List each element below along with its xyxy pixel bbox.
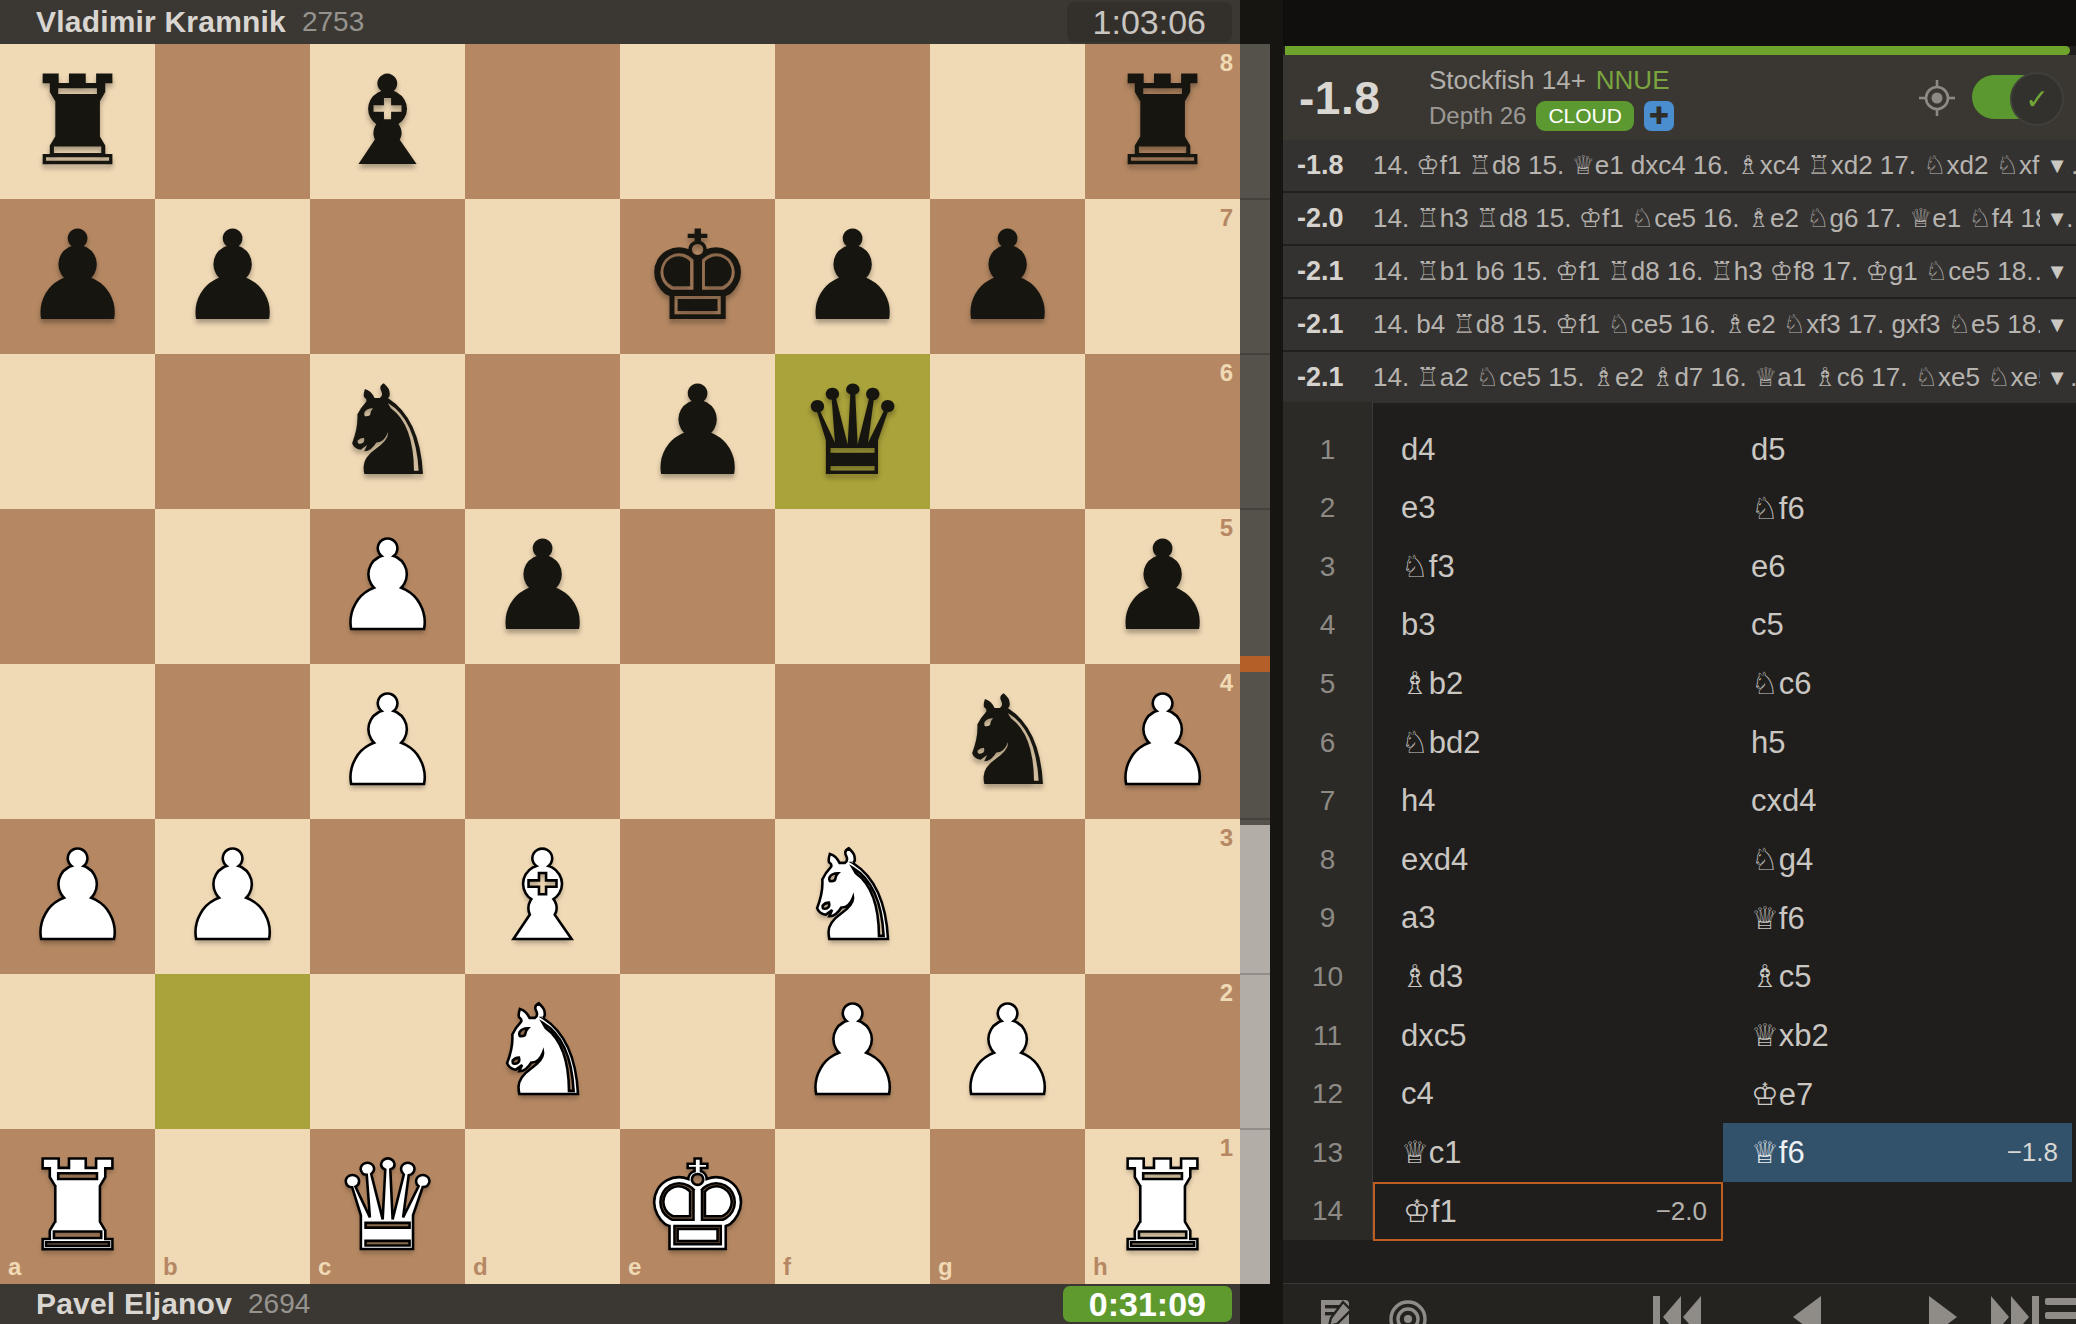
square-d2[interactable]: ♞ bbox=[465, 974, 620, 1129]
black-move-3[interactable]: e6 bbox=[1723, 537, 2072, 596]
white-move-1[interactable]: d4 bbox=[1373, 420, 1723, 479]
square-h8[interactable]: 8♜ bbox=[1085, 44, 1240, 199]
pv-moves: 14. ♖h3 ♖d8 15. ♔f1 ♘ce5 16. ♗e2 ♘g6 17.… bbox=[1373, 203, 2076, 234]
move-number: 11 bbox=[1283, 1006, 1372, 1065]
square-c8[interactable]: ♝ bbox=[310, 44, 465, 199]
pv-collapse-icon[interactable]: ▼ bbox=[2040, 246, 2068, 297]
square-c7[interactable] bbox=[310, 199, 465, 354]
black-rook-h8[interactable]: ♜ bbox=[1085, 44, 1240, 199]
white-pawn-h4[interactable]: ♟ bbox=[1085, 664, 1240, 819]
black-move-2[interactable]: ♘f6 bbox=[1723, 479, 2072, 538]
square-h6[interactable]: 6 bbox=[1085, 354, 1240, 509]
analysis-panel: -1.8 Stockfish 14+ NNUE Depth 26 CLOUD ✚ bbox=[1283, 0, 2076, 1324]
white-pawn-f2[interactable]: ♟ bbox=[775, 974, 930, 1129]
step-back-icon[interactable] bbox=[1789, 1294, 1823, 1324]
square-c6[interactable]: ♞ bbox=[310, 354, 465, 509]
rank-label-3: 3 bbox=[1220, 824, 1233, 852]
square-e4[interactable] bbox=[620, 664, 775, 819]
square-g4[interactable]: ♞ bbox=[930, 664, 1085, 819]
square-e3[interactable] bbox=[620, 819, 775, 974]
square-b4[interactable] bbox=[155, 664, 310, 819]
plus-badge[interactable]: ✚ bbox=[1644, 101, 1674, 131]
move-eval: −2.0 bbox=[1656, 1196, 1707, 1227]
pv-eval: -2.1 bbox=[1283, 309, 1373, 340]
square-d3[interactable]: ♝ bbox=[465, 819, 620, 974]
square-d4[interactable] bbox=[465, 664, 620, 819]
black-king-e7[interactable]: ♚ bbox=[620, 199, 775, 354]
white-pawn-b3[interactable]: ♟ bbox=[155, 819, 310, 974]
eval-gauge-black-fill bbox=[1240, 44, 1270, 825]
top-player-clock: 1:03:06 bbox=[1067, 2, 1232, 42]
pv-collapse-icon[interactable]: ▼ bbox=[2040, 352, 2068, 403]
black-move-1[interactable]: d5 bbox=[1723, 420, 2072, 479]
black-move-12[interactable]: ♔e7 bbox=[1723, 1065, 2072, 1124]
engine-name: Stockfish 14+ bbox=[1429, 65, 1586, 96]
white-move-3[interactable]: ♘f3 bbox=[1373, 537, 1723, 596]
square-f5[interactable] bbox=[775, 509, 930, 664]
square-a4[interactable] bbox=[0, 664, 155, 819]
square-f8[interactable] bbox=[775, 44, 930, 199]
square-a1[interactable]: a♜ bbox=[0, 1129, 155, 1284]
move-list: 1d4d52e3♘f63♘f3e64b3c55♗b2♘c66♘bd2h57h4c… bbox=[1283, 402, 2076, 1240]
engine-progress-bar bbox=[1285, 46, 2070, 55]
black-move-6[interactable]: h5 bbox=[1723, 713, 2072, 772]
square-a8[interactable]: ♜ bbox=[0, 44, 155, 199]
black-move-4[interactable]: c5 bbox=[1723, 596, 2072, 655]
square-d7[interactable] bbox=[465, 199, 620, 354]
square-g8[interactable] bbox=[930, 44, 1085, 199]
square-b6[interactable] bbox=[155, 354, 310, 509]
white-move-9[interactable]: a3 bbox=[1373, 889, 1723, 948]
top-player-bar: Vladimir Kramnik 2753 1:03:06 bbox=[0, 0, 1240, 44]
square-b5[interactable] bbox=[155, 509, 310, 664]
move-number: 5 bbox=[1283, 654, 1372, 713]
move-row-8: 8exd4♘g4 bbox=[1283, 830, 2076, 889]
practice-target-icon[interactable] bbox=[1918, 79, 1956, 117]
square-f3[interactable]: ♞ bbox=[775, 819, 930, 974]
pv-eval: -2.0 bbox=[1283, 203, 1373, 234]
black-rook-a8[interactable]: ♜ bbox=[0, 44, 155, 199]
engine-toggle[interactable]: ✓ bbox=[1972, 75, 2060, 119]
engine-depth: Depth 26 bbox=[1429, 102, 1526, 130]
square-d6[interactable] bbox=[465, 354, 620, 509]
square-e8[interactable] bbox=[620, 44, 775, 199]
book-icon[interactable] bbox=[1313, 1294, 1359, 1324]
file-label-b: b bbox=[163, 1253, 178, 1281]
black-bishop-c8[interactable]: ♝ bbox=[310, 44, 465, 199]
engine-header: -1.8 Stockfish 14+ NNUE Depth 26 CLOUD ✚ bbox=[1283, 55, 2076, 140]
pv-collapse-icon[interactable]: ▼ bbox=[2040, 140, 2068, 191]
square-h7[interactable]: 7 bbox=[1085, 199, 1240, 354]
eval-gauge bbox=[1240, 44, 1270, 1284]
white-move-6[interactable]: ♘bd2 bbox=[1373, 713, 1723, 772]
square-h3[interactable]: 3 bbox=[1085, 819, 1240, 974]
square-f2[interactable]: ♟ bbox=[775, 974, 930, 1129]
move-row-4: 4b3c5 bbox=[1283, 596, 2076, 655]
move-number: 4 bbox=[1283, 596, 1372, 655]
black-pawn-g7[interactable]: ♟ bbox=[930, 199, 1085, 354]
pv-eval: -2.1 bbox=[1283, 362, 1373, 393]
black-pawn-f7[interactable]: ♟ bbox=[775, 199, 930, 354]
pv-eval: -2.1 bbox=[1283, 256, 1373, 287]
white-king-e1[interactable]: ♚ bbox=[620, 1129, 775, 1284]
white-pawn-c4[interactable]: ♟ bbox=[310, 664, 465, 819]
white-rook-a1[interactable]: ♜ bbox=[0, 1129, 155, 1284]
black-pawn-a7[interactable]: ♟ bbox=[0, 199, 155, 354]
gauge-tick bbox=[1240, 508, 1270, 510]
white-knight-d2[interactable]: ♞ bbox=[465, 974, 620, 1129]
square-e6[interactable]: ♟ bbox=[620, 354, 775, 509]
move-row-2: 2e3♘f6 bbox=[1283, 479, 2076, 538]
black-pawn-b7[interactable]: ♟ bbox=[155, 199, 310, 354]
white-bishop-d3[interactable]: ♝ bbox=[465, 819, 620, 974]
pv-moves: 14. b4 ♖d8 15. ♔f1 ♘ce5 16. ♗e2 ♘xf3 17.… bbox=[1373, 309, 2076, 340]
square-d8[interactable] bbox=[465, 44, 620, 199]
black-knight-c6[interactable]: ♞ bbox=[310, 354, 465, 509]
black-pawn-h5[interactable]: ♟ bbox=[1085, 509, 1240, 664]
black-move-9[interactable]: ♕f6 bbox=[1723, 889, 2072, 948]
gauge-center-tick bbox=[1240, 656, 1270, 672]
pv-moves: 14. ♔f1 ♖d8 15. ♕e1 dxc4 16. ♗xc4 ♖xd2 1… bbox=[1373, 150, 2076, 181]
square-f4[interactable] bbox=[775, 664, 930, 819]
move-number: 8 bbox=[1283, 830, 1372, 889]
square-e1[interactable]: e♚ bbox=[620, 1129, 775, 1284]
white-move-14[interactable]: ♔f1−2.0 bbox=[1373, 1182, 1723, 1241]
rank-label-7: 7 bbox=[1220, 204, 1233, 232]
black-move-11[interactable]: ♕xb2 bbox=[1723, 1006, 2072, 1065]
move-row-6: 6♘bd2h5 bbox=[1283, 713, 2076, 772]
engine-toggle-knob[interactable]: ✓ bbox=[2010, 72, 2064, 126]
panel-top-gap bbox=[1283, 0, 2076, 46]
bottom-player-name: Pavel Eljanov bbox=[36, 1287, 232, 1321]
square-g1[interactable]: g bbox=[930, 1129, 1085, 1284]
pv-collapse-icon[interactable]: ▼ bbox=[2040, 299, 2068, 350]
square-c5[interactable]: ♟ bbox=[310, 509, 465, 664]
square-b2[interactable] bbox=[155, 974, 310, 1129]
black-move-8[interactable]: ♘g4 bbox=[1723, 830, 2072, 889]
skip-first-icon[interactable] bbox=[1651, 1294, 1703, 1324]
black-pawn-e6[interactable]: ♟ bbox=[620, 354, 775, 509]
move-row-3: 3♘f3e6 bbox=[1283, 537, 2076, 596]
square-g7[interactable]: ♟ bbox=[930, 199, 1085, 354]
white-move-10[interactable]: ♗d3 bbox=[1373, 947, 1723, 1006]
file-label-g: g bbox=[938, 1253, 953, 1281]
pv-moves: 14. ♖b1 b6 15. ♔f1 ♖d8 16. ♖h3 ♔f8 17. ♔… bbox=[1373, 256, 2076, 287]
rank-label-6: 6 bbox=[1220, 359, 1233, 387]
square-a7[interactable]: ♟ bbox=[0, 199, 155, 354]
square-g2[interactable]: ♟ bbox=[930, 974, 1085, 1129]
white-rook-h1[interactable]: ♜ bbox=[1085, 1129, 1240, 1284]
move-eval: −1.8 bbox=[2007, 1137, 2058, 1168]
gauge-tick bbox=[1240, 973, 1270, 975]
pv-line-5[interactable]: -2.114. ♖a2 ♘ce5 15. ♗e2 ♗d7 16. ♕a1 ♗c6… bbox=[1283, 352, 2076, 405]
black-move-5[interactable]: ♘c6 bbox=[1723, 654, 2072, 713]
bottom-player-bar: Pavel Eljanov 2694 0:31:09 bbox=[0, 1284, 1240, 1324]
square-d1[interactable]: d bbox=[465, 1129, 620, 1284]
gauge-tick bbox=[1240, 198, 1270, 200]
square-g6[interactable] bbox=[930, 354, 1085, 509]
white-move-2[interactable]: e3 bbox=[1373, 479, 1723, 538]
menu-icon[interactable] bbox=[2045, 1294, 2076, 1324]
move-number: 13 bbox=[1283, 1123, 1372, 1182]
square-f6[interactable]: ♛ bbox=[775, 354, 930, 509]
move-row-9: 9a3♕f6 bbox=[1283, 889, 2076, 948]
move-row-11: 11dxc5♕xb2 bbox=[1283, 1006, 2076, 1065]
square-b3[interactable]: ♟ bbox=[155, 819, 310, 974]
skip-last-icon[interactable] bbox=[1989, 1294, 2041, 1324]
white-pawn-g2[interactable]: ♟ bbox=[930, 974, 1085, 1129]
last-move-highlight bbox=[155, 974, 310, 1129]
move-row-12: 12c4♔e7 bbox=[1283, 1065, 2076, 1124]
black-knight-g4[interactable]: ♞ bbox=[930, 664, 1085, 819]
move-number: 7 bbox=[1283, 772, 1372, 831]
white-move-13[interactable]: ♕c1 bbox=[1373, 1123, 1723, 1182]
step-forward-icon[interactable] bbox=[1927, 1294, 1961, 1324]
move-row-5: 5♗b2♘c6 bbox=[1283, 654, 2076, 713]
pv-moves: 14. ♖a2 ♘ce5 15. ♗e2 ♗d7 16. ♕a1 ♗c6 17.… bbox=[1373, 362, 2076, 393]
square-h5[interactable]: 5♟ bbox=[1085, 509, 1240, 664]
move-number: 9 bbox=[1283, 889, 1372, 948]
file-label-f: f bbox=[783, 1253, 791, 1281]
chess-board[interactable]: ♜♝8♜♟♟♚♟♟7♞♟♛6♟♟5♟♟♞4♟♟♟♝♞3♞♟♟2a♜bc♛de♚f… bbox=[0, 44, 1240, 1284]
white-move-11[interactable]: dxc5 bbox=[1373, 1006, 1723, 1065]
square-a6[interactable] bbox=[0, 354, 155, 509]
pv-lines: -1.814. ♔f1 ♖d8 15. ♕e1 dxc4 16. ♗xc4 ♖x… bbox=[1283, 140, 2076, 405]
move-number: 2 bbox=[1283, 479, 1372, 538]
move-row-14: 14♔f1−2.0 bbox=[1283, 1182, 2076, 1241]
white-move-7[interactable]: h4 bbox=[1373, 772, 1723, 831]
square-d5[interactable]: ♟ bbox=[465, 509, 620, 664]
bottom-player-clock: 0:31:09 bbox=[1063, 1286, 1232, 1322]
black-pawn-d5[interactable]: ♟ bbox=[465, 509, 620, 664]
white-pawn-c5[interactable]: ♟ bbox=[310, 509, 465, 664]
white-queen-c1[interactable]: ♛ bbox=[310, 1129, 465, 1284]
square-b7[interactable]: ♟ bbox=[155, 199, 310, 354]
square-a2[interactable] bbox=[0, 974, 155, 1129]
panel-icon-bar bbox=[1283, 1283, 2076, 1324]
board-column: Vladimir Kramnik 2753 1:03:06 ♜♝8♜♟♟♚♟♟7… bbox=[0, 0, 1240, 1324]
square-e2[interactable] bbox=[620, 974, 775, 1129]
pv-line-1[interactable]: -1.814. ♔f1 ♖d8 15. ♕e1 dxc4 16. ♗xc4 ♖x… bbox=[1283, 140, 2076, 193]
move-row-13: 13♕c1♕f6−1.8 bbox=[1283, 1123, 2076, 1182]
cloud-badge: CLOUD bbox=[1536, 101, 1634, 131]
square-g3[interactable] bbox=[930, 819, 1085, 974]
top-player-name: Vladimir Kramnik bbox=[36, 5, 286, 39]
white-move-4[interactable]: b3 bbox=[1373, 596, 1723, 655]
pv-line-3[interactable]: -2.114. ♖b1 b6 15. ♔f1 ♖d8 16. ♖h3 ♔f8 1… bbox=[1283, 246, 2076, 299]
gauge-tick bbox=[1240, 1128, 1270, 1130]
square-f7[interactable]: ♟ bbox=[775, 199, 930, 354]
move-number: 14 bbox=[1283, 1182, 1372, 1241]
move-number: 1 bbox=[1283, 420, 1372, 479]
engine-eval: -1.8 bbox=[1299, 55, 1380, 140]
square-g5[interactable] bbox=[930, 509, 1085, 664]
pv-eval: -1.8 bbox=[1283, 150, 1373, 181]
white-move-12[interactable]: c4 bbox=[1373, 1065, 1723, 1124]
black-move-7[interactable]: cxd4 bbox=[1723, 772, 2072, 831]
file-label-d: d bbox=[473, 1253, 488, 1281]
black-move-10[interactable]: ♗c5 bbox=[1723, 947, 2072, 1006]
engine-variant: NNUE bbox=[1596, 65, 1670, 96]
white-knight-f3[interactable]: ♞ bbox=[775, 819, 930, 974]
move-row-10: 10♗d3♗c5 bbox=[1283, 947, 2076, 1006]
move-row-1: 1d4d5 bbox=[1283, 420, 2076, 479]
white-move-8[interactable]: exd4 bbox=[1373, 830, 1723, 889]
move-number: 12 bbox=[1283, 1065, 1372, 1124]
square-b8[interactable] bbox=[155, 44, 310, 199]
square-h1[interactable]: 1h♜ bbox=[1085, 1129, 1240, 1284]
pv-line-2[interactable]: -2.014. ♖h3 ♖d8 15. ♔f1 ♘ce5 16. ♗e2 ♘g6… bbox=[1283, 193, 2076, 246]
gauge-tick bbox=[1240, 818, 1270, 820]
square-h2[interactable]: 2 bbox=[1085, 974, 1240, 1129]
rank-label-2: 2 bbox=[1220, 979, 1233, 1007]
move-number: 6 bbox=[1283, 713, 1372, 772]
pv-collapse-icon[interactable]: ▼ bbox=[2040, 193, 2068, 244]
white-move-5[interactable]: ♗b2 bbox=[1373, 654, 1723, 713]
square-c4[interactable]: ♟ bbox=[310, 664, 465, 819]
square-a3[interactable]: ♟ bbox=[0, 819, 155, 974]
top-player-rating: 2753 bbox=[302, 6, 364, 38]
square-c3[interactable] bbox=[310, 819, 465, 974]
white-pawn-a3[interactable]: ♟ bbox=[0, 819, 155, 974]
square-e5[interactable] bbox=[620, 509, 775, 664]
gauge-tick bbox=[1240, 353, 1270, 355]
square-c1[interactable]: c♛ bbox=[310, 1129, 465, 1284]
square-h4[interactable]: 4♟ bbox=[1085, 664, 1240, 819]
pv-line-4[interactable]: -2.114. b4 ♖d8 15. ♔f1 ♘ce5 16. ♗e2 ♘xf3… bbox=[1283, 299, 2076, 352]
move-number: 3 bbox=[1283, 537, 1372, 596]
square-c2[interactable] bbox=[310, 974, 465, 1129]
black-queen-f6[interactable]: ♛ bbox=[775, 354, 930, 509]
target-rings-icon[interactable] bbox=[1385, 1294, 1431, 1324]
black-move-13[interactable]: ♕f6−1.8 bbox=[1723, 1123, 2072, 1182]
square-a5[interactable] bbox=[0, 509, 155, 664]
square-e7[interactable]: ♚ bbox=[620, 199, 775, 354]
black-move-14 bbox=[1723, 1182, 2072, 1241]
move-number: 10 bbox=[1283, 947, 1372, 1006]
move-row-7: 7h4cxd4 bbox=[1283, 772, 2076, 831]
square-f1[interactable]: f bbox=[775, 1129, 930, 1284]
bottom-player-rating: 2694 bbox=[248, 1288, 310, 1320]
square-b1[interactable]: b bbox=[155, 1129, 310, 1284]
